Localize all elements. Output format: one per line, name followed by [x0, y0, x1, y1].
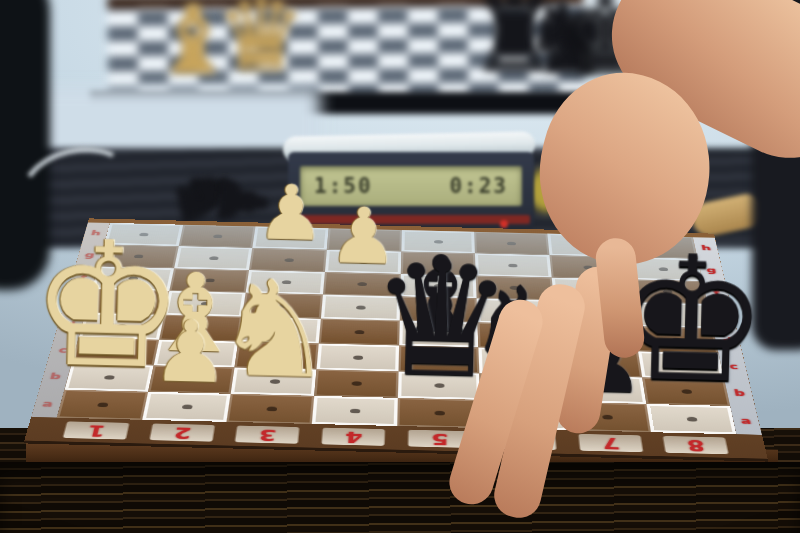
player-hand [0, 0, 800, 533]
chess-photo-scene: ♝ ♛ ♜ ♞ ♚ ♞ ♟ 1:50 0:23 ♟♟♝♝♚♟♞♛♞♟♚ 1234… [0, 0, 800, 533]
